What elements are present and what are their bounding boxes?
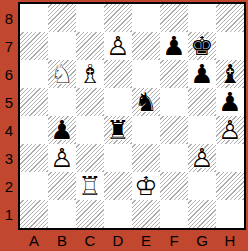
square-b4[interactable]: ♟ [48,116,76,144]
chess-board: ♟♙♟♚♞♘♝♗♟♝♞♟♟♜♟♙♟♙♟♙♜♖♚♔ [18,2,246,230]
rank-label-4: 4 [0,116,18,144]
square-e7[interactable] [132,32,160,60]
file-label-d: D [104,230,132,251]
white-rook-c2[interactable]: ♖ [76,172,104,200]
square-c7[interactable] [76,32,104,60]
black-pawn-h5[interactable]: ♟ [216,88,244,116]
square-h8[interactable] [216,4,244,32]
white-pawn-g3[interactable]: ♙ [188,144,216,172]
square-b6[interactable]: ♞♘ [48,60,76,88]
square-a2[interactable] [20,172,48,200]
file-label-h: H [216,230,244,251]
chess-diagram: 87654321 ♟♙♟♚♞♘♝♗♟♝♞♟♟♜♟♙♟♙♟♙♜♖♚♔ ABCDEF… [0,0,248,251]
square-e3[interactable] [132,144,160,172]
square-b5[interactable] [48,88,76,116]
square-c6[interactable]: ♝♗ [76,60,104,88]
rank-label-2: 2 [0,172,18,200]
white-king-e2[interactable]: ♔ [132,172,160,200]
black-pawn-f7[interactable]: ♟ [160,32,188,60]
square-h6[interactable]: ♝ [216,60,244,88]
square-c1[interactable] [76,200,104,228]
square-d8[interactable] [104,4,132,32]
square-d2[interactable] [104,172,132,200]
file-label-a: A [20,230,48,251]
file-label-f: F [160,230,188,251]
square-g5[interactable] [188,88,216,116]
white-bishop-c6[interactable]: ♗ [76,60,104,88]
rank-label-7: 7 [0,32,18,60]
square-f1[interactable] [160,200,188,228]
black-king-g7[interactable]: ♚ [188,32,216,60]
square-g1[interactable] [188,200,216,228]
square-f5[interactable] [160,88,188,116]
square-h1[interactable] [216,200,244,228]
square-e6[interactable] [132,60,160,88]
square-h4[interactable]: ♟♙ [216,116,244,144]
square-a5[interactable] [20,88,48,116]
square-e4[interactable] [132,116,160,144]
square-d7[interactable]: ♟♙ [104,32,132,60]
square-e5[interactable]: ♞ [132,88,160,116]
black-knight-e5[interactable]: ♞ [132,88,160,116]
square-b1[interactable] [48,200,76,228]
square-g7[interactable]: ♚ [188,32,216,60]
square-g3[interactable]: ♟♙ [188,144,216,172]
square-g4[interactable] [188,116,216,144]
square-g2[interactable] [188,172,216,200]
square-e8[interactable] [132,4,160,32]
square-d6[interactable] [104,60,132,88]
rank-label-1: 1 [0,200,18,228]
black-rook-d4[interactable]: ♜ [104,116,132,144]
square-d1[interactable] [104,200,132,228]
square-f2[interactable] [160,172,188,200]
black-pawn-b4[interactable]: ♟ [48,116,76,144]
square-e1[interactable] [132,200,160,228]
black-pawn-g6[interactable]: ♟ [188,60,216,88]
board-grid: ♟♙♟♚♞♘♝♗♟♝♞♟♟♜♟♙♟♙♟♙♜♖♚♔ [20,4,244,228]
square-c5[interactable] [76,88,104,116]
square-f7[interactable]: ♟ [160,32,188,60]
black-bishop-h6[interactable]: ♝ [216,60,244,88]
square-h3[interactable] [216,144,244,172]
rank-labels: 87654321 [0,4,18,228]
square-g8[interactable] [188,4,216,32]
square-e2[interactable]: ♚♔ [132,172,160,200]
square-a8[interactable] [20,4,48,32]
file-label-g: G [188,230,216,251]
white-knight-b6[interactable]: ♘ [48,60,76,88]
square-d5[interactable] [104,88,132,116]
square-b7[interactable] [48,32,76,60]
rank-label-3: 3 [0,144,18,172]
file-label-c: C [76,230,104,251]
square-f8[interactable] [160,4,188,32]
white-pawn-h4[interactable]: ♙ [216,116,244,144]
square-b8[interactable] [48,4,76,32]
square-f3[interactable] [160,144,188,172]
square-c3[interactable] [76,144,104,172]
square-a1[interactable] [20,200,48,228]
square-b3[interactable]: ♟♙ [48,144,76,172]
square-a7[interactable] [20,32,48,60]
square-c2[interactable]: ♜♖ [76,172,104,200]
rank-label-6: 6 [0,60,18,88]
square-h5[interactable]: ♟ [216,88,244,116]
file-label-b: B [48,230,76,251]
square-h2[interactable] [216,172,244,200]
square-h7[interactable] [216,32,244,60]
square-d4[interactable]: ♜ [104,116,132,144]
square-f6[interactable] [160,60,188,88]
square-d3[interactable] [104,144,132,172]
square-c4[interactable] [76,116,104,144]
file-labels: ABCDEFGH [20,230,244,251]
rank-label-8: 8 [0,4,18,32]
square-c8[interactable] [76,4,104,32]
white-pawn-b3[interactable]: ♙ [48,144,76,172]
square-b2[interactable] [48,172,76,200]
square-a4[interactable] [20,116,48,144]
square-f4[interactable] [160,116,188,144]
rank-label-5: 5 [0,88,18,116]
white-pawn-d7[interactable]: ♙ [104,32,132,60]
square-g6[interactable]: ♟ [188,60,216,88]
square-a6[interactable] [20,60,48,88]
square-a3[interactable] [20,144,48,172]
file-label-e: E [132,230,160,251]
